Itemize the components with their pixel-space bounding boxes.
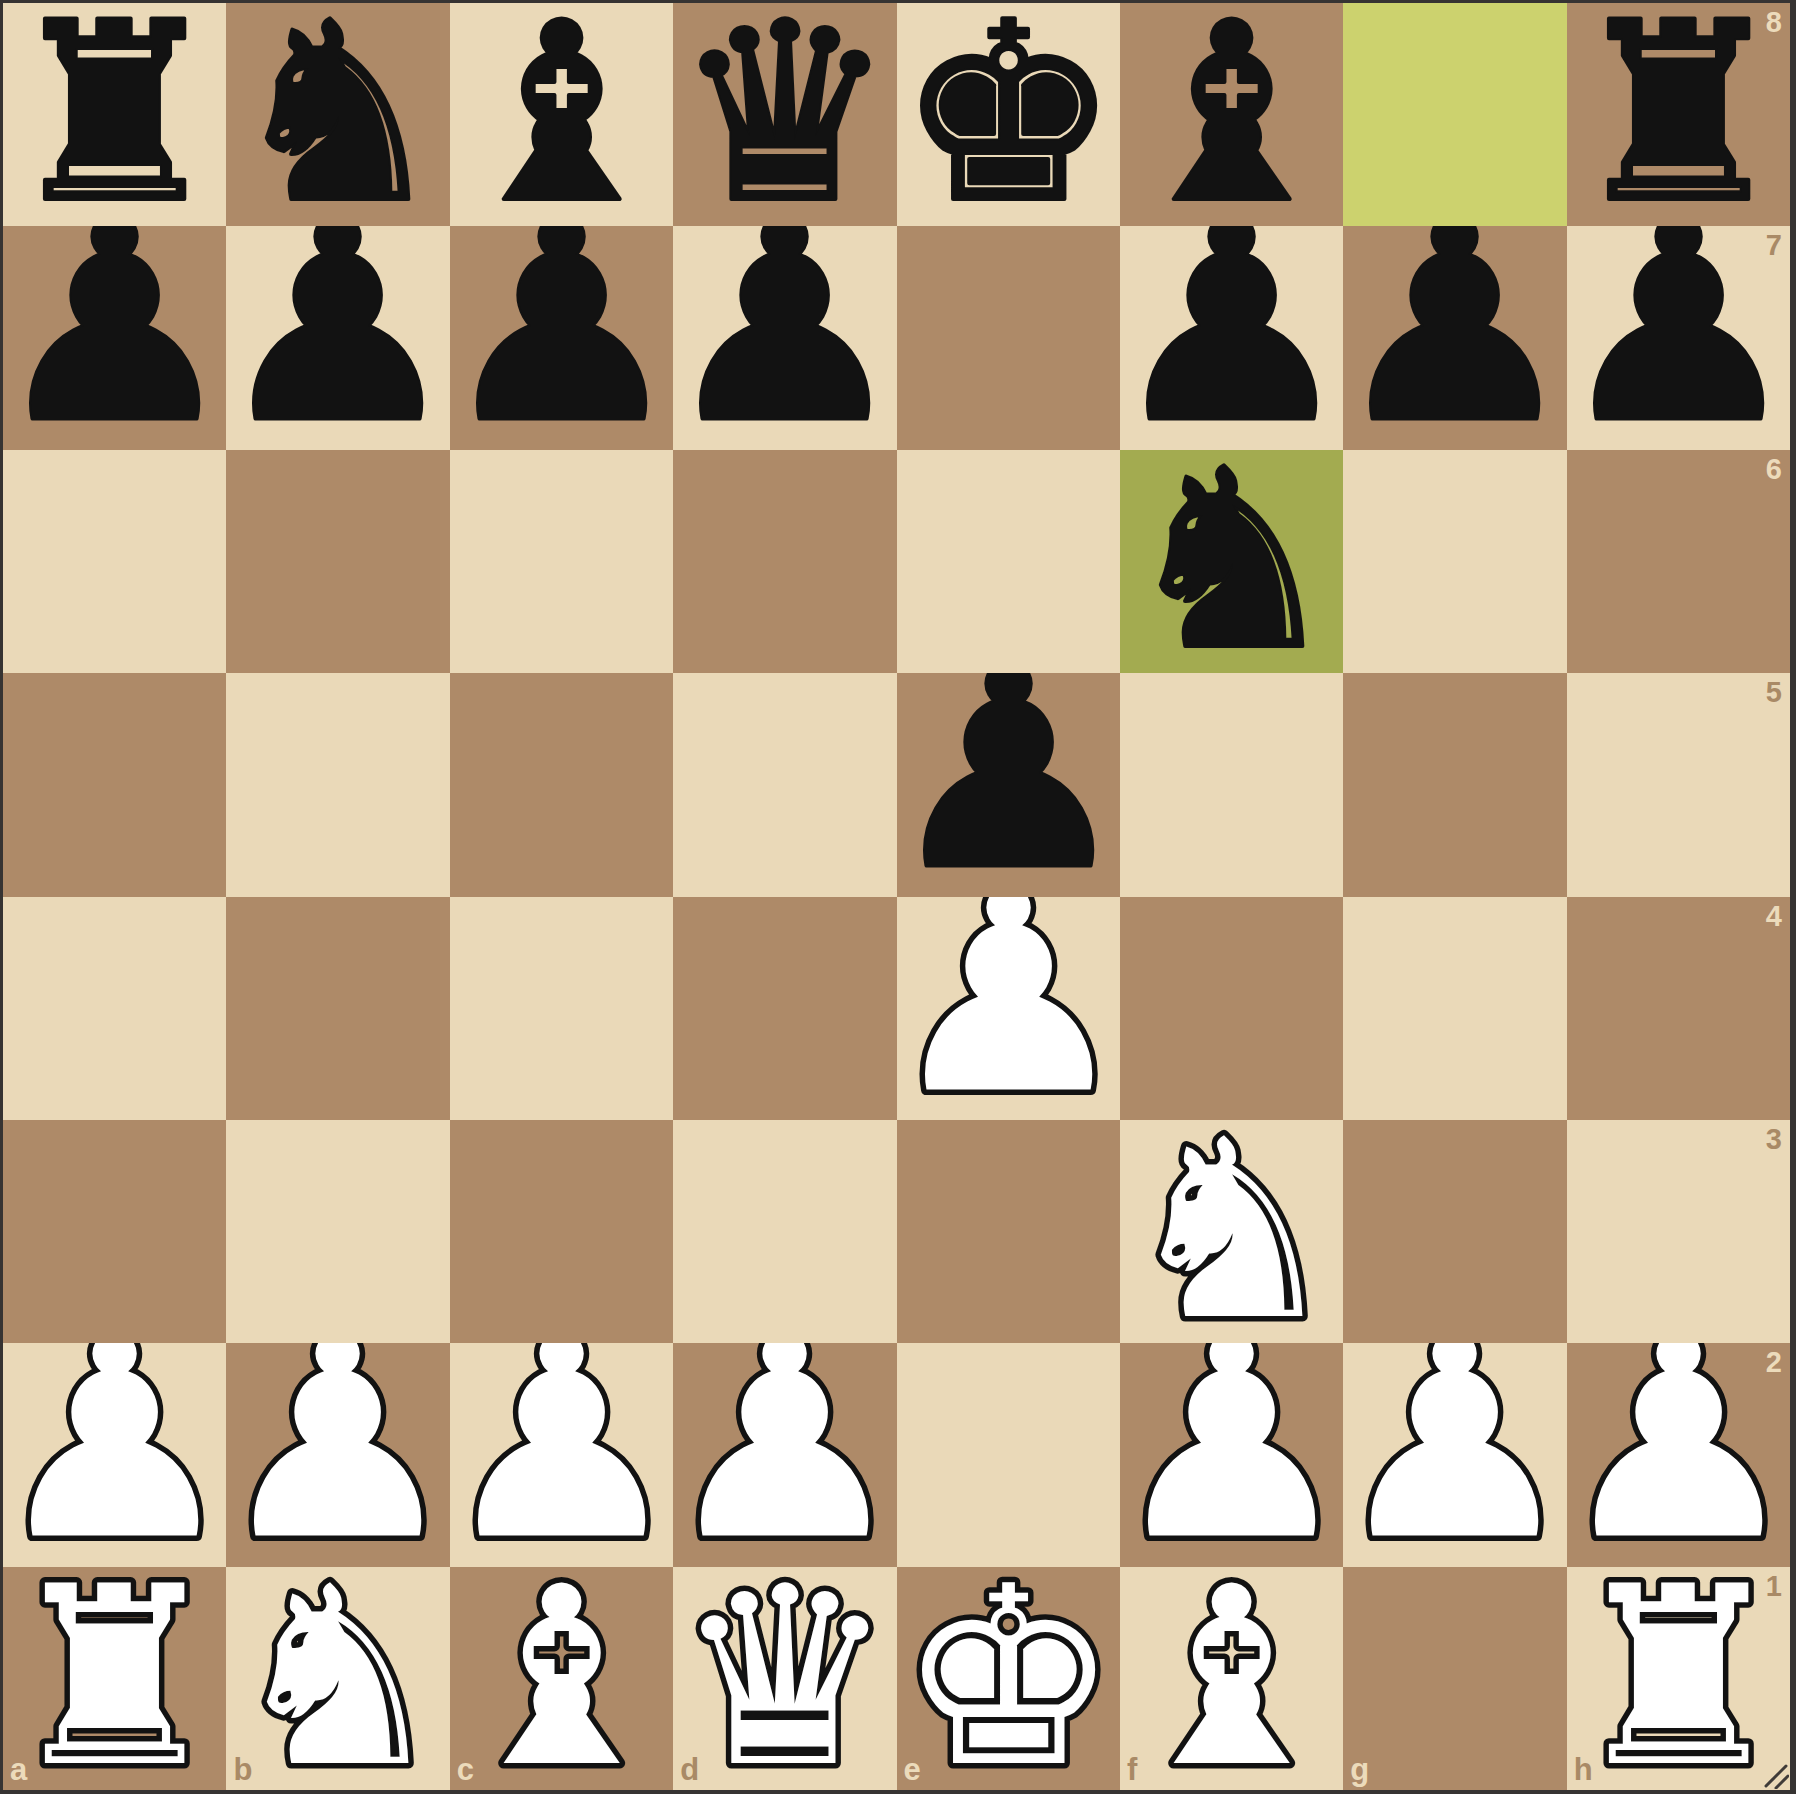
square-h4[interactable]: 4 [1567,897,1790,1120]
black-pawn[interactable]: ♟ [1343,226,1566,449]
square-f3[interactable]: ♞ [1120,1120,1343,1343]
svg-text:♟: ♟ [1120,1343,1343,1566]
square-f7[interactable]: ♟ [1120,226,1343,449]
square-d1[interactable]: ♛d [673,1567,896,1790]
square-e3[interactable] [897,1120,1120,1343]
square-g1[interactable]: g [1343,1567,1566,1790]
square-a6[interactable] [3,450,226,673]
white-pawn[interactable]: ♟ [897,897,1120,1120]
svg-text:♝: ♝ [451,1567,673,1790]
square-g3[interactable] [1343,1120,1566,1343]
svg-text:♟: ♟ [673,226,896,449]
square-d7[interactable]: ♟ [673,226,896,449]
square-a1[interactable]: ♜a [3,1567,226,1790]
square-h7[interactable]: ♟7 [1567,226,1790,449]
square-h6[interactable]: 6 [1567,450,1790,673]
black-pawn[interactable]: ♟ [3,226,226,449]
square-e6[interactable] [897,450,1120,673]
square-a4[interactable] [3,897,226,1120]
square-b6[interactable] [226,450,449,673]
square-c5[interactable] [450,673,673,896]
svg-text:♟: ♟ [1120,226,1343,449]
white-knight[interactable]: ♞ [226,1567,449,1790]
svg-text:♜: ♜ [1567,1567,1789,1790]
square-b1[interactable]: ♞b [226,1567,449,1790]
square-g6[interactable] [1343,450,1566,673]
black-bishop[interactable]: ♝ [450,3,673,226]
white-bishop[interactable]: ♝ [450,1567,673,1790]
white-bishop[interactable]: ♝ [1120,1567,1343,1790]
square-g8[interactable] [1343,3,1566,226]
square-h5[interactable]: 5 [1567,673,1790,896]
black-pawn[interactable]: ♟ [1567,226,1790,449]
black-queen[interactable]: ♛ [673,3,896,226]
square-h8[interactable]: ♜8 [1567,3,1790,226]
white-pawn[interactable]: ♟ [1120,1343,1343,1566]
black-pawn[interactable]: ♟ [226,226,449,449]
svg-text:♚: ♚ [897,3,1119,226]
svg-text:♟: ♟ [450,1343,673,1566]
square-f6[interactable]: ♞ [1120,450,1343,673]
white-queen[interactable]: ♛ [673,1567,896,1790]
square-a7[interactable]: ♟ [3,226,226,449]
svg-text:♟: ♟ [673,1343,896,1566]
black-king[interactable]: ♚ [897,3,1120,226]
svg-text:♜: ♜ [4,1567,226,1790]
chess-board: ♜♞♝♛♚♝♜8♟♟♟♟♟♟♟7♞6♟5♟4♞3♟♟♟♟♟♟♟2♜a♞b♝c♛d… [0,0,1796,1794]
svg-text:♟: ♟ [226,1343,449,1566]
square-h2[interactable]: ♟2 [1567,1343,1790,1566]
black-pawn[interactable]: ♟ [1120,226,1343,449]
black-pawn[interactable]: ♟ [450,226,673,449]
square-g7[interactable]: ♟ [1343,226,1566,449]
svg-text:♜: ♜ [1567,3,1789,226]
coord-file-g: g [1350,1754,1369,1785]
square-c8[interactable]: ♝ [450,3,673,226]
white-pawn[interactable]: ♟ [226,1343,449,1566]
svg-text:♟: ♟ [1343,1343,1566,1566]
square-d8[interactable]: ♛ [673,3,896,226]
svg-text:♟: ♟ [3,226,226,449]
svg-text:♟: ♟ [897,897,1120,1120]
coord-rank-6: 6 [1766,455,1782,484]
square-a2[interactable]: ♟ [3,1343,226,1566]
square-c2[interactable]: ♟ [450,1343,673,1566]
svg-text:♟: ♟ [1567,1343,1790,1566]
coord-rank-4: 4 [1766,902,1782,931]
square-c6[interactable] [450,450,673,673]
square-e5[interactable]: ♟ [897,673,1120,896]
svg-text:♞: ♞ [227,3,449,226]
square-c4[interactable] [450,897,673,1120]
square-a3[interactable] [3,1120,226,1343]
black-pawn[interactable]: ♟ [897,673,1120,896]
square-b8[interactable]: ♞ [226,3,449,226]
black-pawn[interactable]: ♟ [673,226,896,449]
square-d6[interactable] [673,450,896,673]
square-f2[interactable]: ♟ [1120,1343,1343,1566]
svg-text:♟: ♟ [3,1343,226,1566]
square-g5[interactable] [1343,673,1566,896]
white-rook[interactable]: ♜ [3,1567,226,1790]
black-bishop[interactable]: ♝ [1120,3,1343,226]
black-rook[interactable]: ♜ [1567,3,1790,226]
resize-handle-icon[interactable] [1763,1763,1789,1789]
svg-text:♝: ♝ [451,3,673,226]
square-h3[interactable]: 3 [1567,1120,1790,1343]
coord-rank-5: 5 [1766,678,1782,707]
square-b5[interactable] [226,673,449,896]
square-a5[interactable] [3,673,226,896]
svg-text:♛: ♛ [674,1567,896,1790]
white-knight[interactable]: ♞ [1120,1120,1343,1343]
square-c7[interactable]: ♟ [450,226,673,449]
svg-text:♞: ♞ [1121,1120,1343,1343]
square-c3[interactable] [450,1120,673,1343]
square-f4[interactable] [1120,897,1343,1120]
white-pawn[interactable]: ♟ [673,1343,896,1566]
svg-text:♞: ♞ [227,1567,449,1790]
square-g4[interactable] [1343,897,1566,1120]
svg-text:♝: ♝ [1121,3,1343,226]
square-f8[interactable]: ♝ [1120,3,1343,226]
white-pawn[interactable]: ♟ [450,1343,673,1566]
square-g2[interactable]: ♟ [1343,1343,1566,1566]
svg-text:♝: ♝ [1121,1567,1343,1790]
svg-text:♟: ♟ [897,673,1120,896]
white-king[interactable]: ♚ [897,1567,1120,1790]
black-knight[interactable]: ♞ [226,3,449,226]
white-pawn[interactable]: ♟ [1343,1343,1566,1566]
square-b3[interactable] [226,1120,449,1343]
square-e8[interactable]: ♚ [897,3,1120,226]
black-knight[interactable]: ♞ [1120,450,1343,673]
square-e1[interactable]: ♚e [897,1567,1120,1790]
white-pawn[interactable]: ♟ [3,1343,226,1566]
svg-text:♞: ♞ [1121,450,1343,673]
svg-text:♚: ♚ [897,1567,1119,1790]
square-a8[interactable]: ♜ [3,3,226,226]
square-b4[interactable] [226,897,449,1120]
square-d4[interactable] [673,897,896,1120]
square-d5[interactable] [673,673,896,896]
square-e4[interactable]: ♟ [897,897,1120,1120]
coord-rank-3: 3 [1766,1125,1782,1154]
board-grid: ♜♞♝♛♚♝♜8♟♟♟♟♟♟♟7♞6♟5♟4♞3♟♟♟♟♟♟♟2♜a♞b♝c♛d… [3,3,1790,1790]
square-d2[interactable]: ♟ [673,1343,896,1566]
white-pawn[interactable]: ♟ [1567,1343,1790,1566]
square-c1[interactable]: ♝c [450,1567,673,1790]
svg-text:♜: ♜ [4,3,226,226]
white-rook[interactable]: ♜ [1567,1567,1790,1790]
svg-text:♟: ♟ [1567,226,1790,449]
svg-text:♟: ♟ [226,226,449,449]
square-b2[interactable]: ♟ [226,1343,449,1566]
svg-text:♛: ♛ [674,3,896,226]
svg-text:♟: ♟ [1343,226,1566,449]
square-e7[interactable] [897,226,1120,449]
square-h1[interactable]: ♜h1 [1567,1567,1790,1790]
square-f5[interactable] [1120,673,1343,896]
square-e2[interactable] [897,1343,1120,1566]
square-d3[interactable] [673,1120,896,1343]
square-f1[interactable]: ♝f [1120,1567,1343,1790]
square-b7[interactable]: ♟ [226,226,449,449]
black-rook[interactable]: ♜ [3,3,226,226]
svg-text:♟: ♟ [450,226,673,449]
